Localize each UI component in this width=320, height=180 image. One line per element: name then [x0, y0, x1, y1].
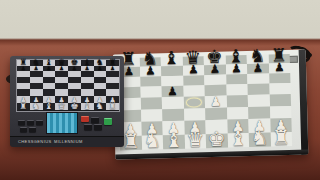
square-g3[interactable]: [248, 106, 270, 119]
square-b1[interactable]: ♞: [141, 135, 163, 150]
square-f1[interactable]: ♝: [81, 103, 94, 111]
white-rook[interactable]: ♜: [109, 102, 117, 111]
white-rook[interactable]: ♜: [272, 127, 290, 147]
function-button[interactable]: [18, 120, 25, 125]
scene: ♜♞♝♛♚♝♞♜♟♟♟♟♟♟♟♟♟♟♟♟♟♟♟♟♜♞♝♛♚♝♞♜ CHESSGE…: [0, 0, 320, 180]
ok-button[interactable]: [104, 118, 112, 125]
white-rook[interactable]: ♜: [19, 102, 27, 111]
computer-console: [12, 112, 122, 136]
square-c3[interactable]: [162, 108, 184, 121]
white-king[interactable]: ♚: [207, 129, 225, 149]
square-h3[interactable]: [270, 105, 292, 118]
square-b6[interactable]: [140, 76, 162, 87]
white-knight[interactable]: ♞: [143, 130, 161, 150]
square-a1[interactable]: ♜: [17, 103, 30, 111]
nav-button[interactable]: [91, 117, 99, 123]
square-c1[interactable]: ♝: [163, 134, 185, 149]
white-knight[interactable]: ♞: [96, 102, 104, 111]
square-e3[interactable]: [205, 107, 227, 120]
square-b4[interactable]: [140, 97, 162, 110]
function-button[interactable]: [20, 127, 27, 132]
lcd-screen: [46, 112, 78, 134]
board-rank-1: ♜♞♝♛♚♝♞♜: [17, 103, 119, 111]
square-d4[interactable]: [183, 96, 205, 109]
move-highlight-ring: [186, 97, 202, 107]
square-h1[interactable]: ♜: [106, 103, 119, 111]
computer-chessboard: ♜♞♝♛♚♝♞♜♟♟♟♟♟♟♟♟♟♟♟♟♟♟♟♟♜♞♝♛♚♝♞♜: [16, 59, 120, 112]
square-h4[interactable]: [269, 93, 291, 106]
main-chessboard: ♜♞♝♛♚♝♞♜♟♟♟♟♟♟♟♟♟♟♟♟♟♟♟♟♜♞♝♛♚♝♞♜: [118, 54, 292, 150]
square-e1[interactable]: ♚: [206, 133, 228, 148]
square-f1[interactable]: ♝: [227, 133, 249, 148]
square-c4[interactable]: [162, 96, 184, 109]
sensor-eboard: ♜♞♝♛♚♝♞♜♟♟♟♟♟♟♟♟♟♟♟♟♟♟♟♟♜♞♝♛♚♝♞♜: [113, 49, 309, 159]
white-bishop[interactable]: ♝: [83, 102, 91, 111]
square-f7[interactable]: ♟: [225, 64, 247, 74]
square-e7[interactable]: ♟: [204, 65, 226, 75]
square-e6[interactable]: [204, 74, 226, 85]
square-h5[interactable]: [269, 82, 291, 94]
black-bishop[interactable]: ♝: [163, 49, 180, 67]
white-bishop[interactable]: ♝: [229, 128, 247, 148]
white-king[interactable]: ♚: [70, 102, 78, 111]
square-d6[interactable]: [183, 75, 205, 86]
eboard-right-edge: [299, 49, 309, 154]
function-button[interactable]: [29, 127, 36, 132]
square-g1[interactable]: ♞: [94, 103, 107, 111]
square-h7[interactable]: ♟: [268, 63, 290, 73]
nav-button[interactable]: [94, 124, 102, 130]
chess-computer: ♜♞♝♛♚♝♞♜♟♟♟♟♟♟♟♟♟♟♟♟♟♟♟♟♜♞♝♛♚♝♞♜ CHESSGE…: [10, 56, 124, 146]
square-g7[interactable]: ♟: [247, 63, 269, 73]
white-queen[interactable]: ♛: [186, 129, 204, 149]
white-rook[interactable]: ♜: [121, 131, 139, 151]
square-b3[interactable]: [141, 109, 163, 122]
board-rank-1: ♜♞♝♛♚♝♞♜: [120, 131, 292, 150]
square-d3[interactable]: [184, 108, 206, 121]
white-knight[interactable]: ♞: [250, 127, 268, 147]
white-bishop[interactable]: ♝: [45, 102, 53, 111]
square-b7[interactable]: ♟: [139, 66, 161, 76]
square-g6[interactable]: [247, 73, 269, 84]
clear-button[interactable]: [81, 116, 89, 122]
white-queen[interactable]: ♛: [58, 102, 66, 111]
nav-button[interactable]: [84, 124, 92, 130]
square-c7[interactable]: [161, 66, 183, 76]
square-g5[interactable]: [247, 83, 269, 95]
square-h6[interactable]: [269, 72, 291, 83]
square-f5[interactable]: [226, 84, 248, 96]
brand-text-chessgenius: CHESSGENIUS: [18, 140, 52, 144]
square-d5[interactable]: [183, 85, 205, 97]
square-c1[interactable]: ♝: [43, 103, 56, 111]
square-d7[interactable]: ♟: [182, 65, 204, 75]
square-f6[interactable]: [226, 74, 248, 85]
square-b1[interactable]: ♞: [30, 103, 43, 111]
function-button[interactable]: [27, 120, 34, 125]
computer-front-bezel: CHESSGENIUS MILLENNIUM: [10, 136, 124, 147]
function-button[interactable]: [36, 120, 43, 125]
square-g1[interactable]: ♞: [249, 132, 271, 147]
square-d1[interactable]: ♛: [184, 134, 206, 149]
square-e1[interactable]: ♚: [68, 103, 81, 111]
white-knight[interactable]: ♞: [32, 102, 40, 111]
square-h1[interactable]: ♜: [270, 131, 292, 146]
square-g4[interactable]: [248, 94, 270, 107]
square-e4[interactable]: ♟: [205, 95, 227, 108]
square-f4[interactable]: [226, 95, 248, 108]
white-bishop[interactable]: ♝: [164, 130, 182, 150]
square-f3[interactable]: [227, 107, 249, 120]
brand-text-millennium: MILLENNIUM: [54, 140, 83, 144]
square-b5[interactable]: [140, 86, 162, 98]
square-c5[interactable]: ♟: [161, 85, 183, 97]
square-d1[interactable]: ♛: [55, 103, 68, 111]
